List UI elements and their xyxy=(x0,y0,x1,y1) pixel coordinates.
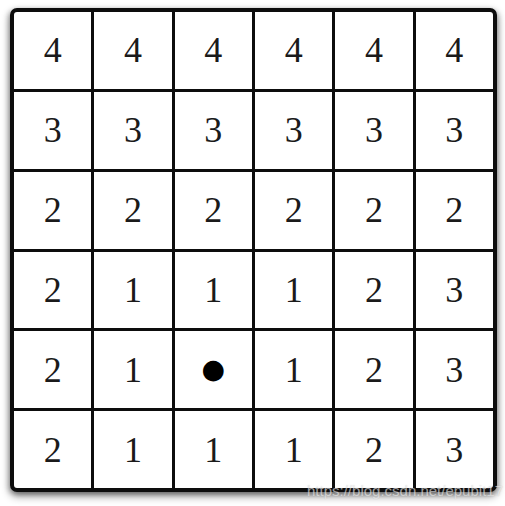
cell-r3c6: 2 xyxy=(416,172,493,249)
cell-r3c2: 2 xyxy=(94,172,171,249)
cell-r4c2: 1 xyxy=(94,252,171,329)
cell-r6c6: 3 xyxy=(416,411,493,488)
board: 44444433333322222221112321●123211123 xyxy=(10,8,497,492)
cell-r1c2: 4 xyxy=(94,12,171,89)
marker-dot-icon: ● xyxy=(202,355,226,382)
cell-r2c6: 3 xyxy=(416,92,493,169)
cell-r1c1: 4 xyxy=(14,12,91,89)
cell-r5c4: 1 xyxy=(255,331,332,408)
cell-r5c3: ● xyxy=(175,331,252,408)
cell-r5c2: 1 xyxy=(94,331,171,408)
cell-r5c1: 2 xyxy=(14,331,91,408)
cell-r6c4: 1 xyxy=(255,411,332,488)
cell-r3c4: 2 xyxy=(255,172,332,249)
cell-r5c6: 3 xyxy=(416,331,493,408)
cell-r1c5: 4 xyxy=(335,12,412,89)
cell-r2c1: 3 xyxy=(14,92,91,169)
cell-r4c5: 2 xyxy=(335,252,412,329)
cell-r2c5: 3 xyxy=(335,92,412,169)
cell-r4c6: 3 xyxy=(416,252,493,329)
cell-r6c2: 1 xyxy=(94,411,171,488)
cell-r4c1: 2 xyxy=(14,252,91,329)
cell-r6c3: 1 xyxy=(175,411,252,488)
cell-r1c4: 4 xyxy=(255,12,332,89)
cell-r6c1: 2 xyxy=(14,411,91,488)
cell-r6c5: 2 xyxy=(335,411,412,488)
cell-r2c3: 3 xyxy=(175,92,252,169)
cell-r1c6: 4 xyxy=(416,12,493,89)
cell-r2c4: 3 xyxy=(255,92,332,169)
cell-r4c3: 1 xyxy=(175,252,252,329)
cell-r3c1: 2 xyxy=(14,172,91,249)
cell-r2c2: 3 xyxy=(94,92,171,169)
cell-r1c3: 4 xyxy=(175,12,252,89)
cell-r4c4: 1 xyxy=(255,252,332,329)
cell-r3c3: 2 xyxy=(175,172,252,249)
cell-r5c5: 2 xyxy=(335,331,412,408)
cell-r3c5: 2 xyxy=(335,172,412,249)
